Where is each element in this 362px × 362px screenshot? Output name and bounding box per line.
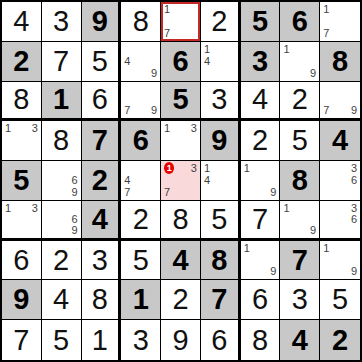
empty-slot [28,213,40,225]
cell-r7c9[interactable]: 19 [320,241,360,281]
candidate-grid: 69 [43,202,80,237]
empty-slot [187,28,199,40]
cell-r3c7[interactable]: 4 [241,82,281,122]
candidate-mark: 9 [306,225,318,237]
empty-slot [174,187,186,199]
given-digit: 5 [252,7,268,36]
given-digit: 9 [13,285,29,314]
candidate-grid: 49 [122,43,159,80]
given-digit: 1 [133,285,149,314]
cell-r4c9[interactable]: 4 [320,121,360,161]
candidate-grid: 47 [122,162,159,199]
given-digit: 9 [211,126,227,155]
candidate-mark: 1 [242,162,254,174]
candidate-mark: 7 [122,187,134,199]
empty-slot [242,254,254,266]
empty-slot [162,135,174,147]
empty-slot [43,162,55,174]
cell-r3c9[interactable]: 79 [320,82,360,122]
empty-slot [254,266,266,278]
cell-r5c9[interactable]: 36 [320,161,360,201]
candidate-mark: 1 [242,242,254,254]
candidate-grid: 79 [321,83,359,118]
empty-slot [15,135,27,147]
cell-r3c1[interactable]: 8 [2,82,42,122]
cell-r3c3[interactable]: 6 [82,82,122,122]
empty-slot [334,254,347,266]
empty-slot [254,162,266,174]
empty-slot [162,174,174,186]
cell-r7c2[interactable]: 2 [42,241,82,281]
empty-slot [346,28,359,40]
given-digit: 4 [332,126,348,155]
empty-slot [174,174,186,186]
empty-slot [242,174,254,186]
solved-digit: 3 [133,326,149,355]
cell-r9c9[interactable]: 2 [320,320,360,360]
cell-r1c9[interactable]: 17 [320,2,360,42]
cell-r6c8[interactable]: 19 [280,201,320,241]
given-digit: 7 [211,285,227,314]
empty-slot [55,162,67,174]
candidate-mark: 9 [147,106,159,118]
empty-slot [55,187,67,199]
empty-slot [306,202,318,214]
candidate-mark: 1 [162,122,174,134]
empty-slot [321,202,334,214]
cell-r9c4[interactable]: 3 [121,320,161,360]
candidate-mark: 1 [202,43,214,55]
empty-slot [187,3,199,15]
cell-r8c2[interactable]: 4 [42,280,82,320]
candidate-grid: 13 [3,122,40,159]
cell-r3c2[interactable]: 1 [42,82,82,122]
solved-digit: 6 [211,326,227,355]
empty-slot [213,55,225,67]
solved-digit: 5 [211,205,227,234]
empty-slot [213,43,225,55]
cell-r3c6[interactable]: 3 [201,82,241,122]
empty-slot [334,94,347,106]
solved-digit: 2 [172,285,188,314]
empty-slot [55,213,67,225]
empty-slot [346,15,359,27]
cell-r3c5[interactable]: 5 [161,82,201,122]
given-digit: 8 [211,246,227,275]
candidate-mark: 3 [346,202,359,214]
empty-slot [28,147,40,159]
cell-r7c5[interactable]: 4 [161,241,201,281]
empty-slot [346,187,359,199]
cell-r5c8[interactable]: 8 [280,161,320,201]
given-digit: 5 [172,85,188,114]
cell-r2c2[interactable]: 7 [42,42,82,82]
cell-r5c3[interactable]: 2 [82,161,122,201]
empty-slot [55,174,67,186]
cell-r5c1[interactable]: 5 [2,161,42,201]
cell-r9c8[interactable]: 4 [280,320,320,360]
empty-slot [135,174,147,186]
cell-r6c1[interactable]: 13 [2,201,42,241]
candidate-grid: 36 [321,162,359,199]
given-digit: 4 [92,205,108,234]
empty-slot [135,55,147,67]
solved-digit: 2 [53,246,69,275]
cell-r7c3[interactable]: 3 [82,241,122,281]
candidate-mark: 7 [162,187,174,199]
solved-digit: 3 [211,85,227,114]
empty-slot [174,162,186,174]
candidate-mark: 1 [281,43,293,55]
cell-r1c1[interactable]: 4 [2,2,42,42]
cell-r6c4[interactable]: 2 [121,201,161,241]
cell-r2c5[interactable]: 6 [161,42,201,82]
given-digit: 2 [332,326,348,355]
candidate-grid: 19 [242,242,279,279]
solved-digit: 1 [92,326,108,355]
cell-r1c5[interactable]: 17 [161,2,201,42]
sudoku-board: 4398172561727549614319881679534279138761… [0,0,362,362]
empty-slot [346,3,359,15]
cell-r5c4[interactable]: 47 [121,161,161,201]
empty-slot [43,187,55,199]
cell-r5c5[interactable]: 137 [161,161,201,201]
candidate-mark: 1 [281,202,293,214]
empty-slot [281,225,293,237]
empty-slot [294,213,306,225]
empty-slot [174,135,186,147]
empty-slot [213,174,225,186]
candidate-grid: 17 [321,3,359,40]
candidate-grid: 13 [3,202,40,237]
given-digit: 6 [172,47,188,76]
candidate-mark: 6 [67,213,79,225]
empty-slot [147,43,159,55]
solved-digit: 9 [172,326,188,355]
empty-slot [187,174,199,186]
solved-digit: 3 [92,246,108,275]
cell-r6c3[interactable]: 4 [82,201,122,241]
cell-r9c1[interactable]: 7 [2,320,42,360]
empty-slot [334,106,347,118]
empty-slot [281,67,293,79]
empty-slot [294,55,306,67]
empty-slot [28,225,40,237]
empty-slot [225,162,237,174]
cell-r9c2[interactable]: 5 [42,320,82,360]
cell-r1c4[interactable]: 8 [121,2,161,42]
cell-r7c8[interactable]: 7 [280,241,320,281]
empty-slot [174,3,186,15]
solved-digit: 5 [292,126,308,155]
candidate-grid: 79 [122,83,159,118]
empty-slot [334,242,347,254]
candidate-mark: 4 [122,55,134,67]
cell-r2c8[interactable]: 19 [280,42,320,82]
solved-digit: 2 [211,7,227,36]
given-digit: 1 [53,85,69,114]
candidate-mark: 7 [162,28,174,40]
empty-slot [266,242,278,254]
cell-r1c6[interactable]: 2 [201,2,241,42]
cell-r5c2[interactable]: 69 [42,161,82,201]
empty-slot [15,147,27,159]
solved-digit: 6 [13,246,29,275]
given-digit: 7 [92,126,108,155]
empty-slot [135,43,147,55]
empty-slot [334,28,347,40]
empty-slot [334,202,347,214]
candidate-mark: 1 [3,122,15,134]
cell-r2c9[interactable]: 8 [320,42,360,82]
candidate-grid: 19 [281,202,318,237]
empty-slot [266,174,278,186]
empty-slot [135,67,147,79]
candidate-mark: 3 [28,202,40,214]
candidate-mark: 3 [346,162,359,174]
cell-r4c7[interactable]: 2 [241,121,281,161]
candidate-mark: 6 [67,174,79,186]
cell-r6c6[interactable]: 5 [201,201,241,241]
empty-slot [334,15,347,27]
empty-slot [135,94,147,106]
cell-r7c4[interactable]: 5 [121,241,161,281]
empty-slot [321,187,334,199]
cell-r8c8[interactable]: 3 [280,280,320,320]
given-digit: 9 [92,7,108,36]
candidate-mark: 9 [147,67,159,79]
solved-digit: 3 [292,285,308,314]
given-digit: 2 [92,166,108,195]
cell-r6c2[interactable]: 69 [42,201,82,241]
cell-r6c7[interactable]: 7 [241,201,281,241]
empty-slot [55,202,67,214]
cell-r8c4[interactable]: 1 [121,280,161,320]
given-digit: 6 [292,7,308,36]
solved-digit: 5 [133,246,149,275]
candidate-mark: 3 [187,122,199,134]
solved-digit: 7 [252,205,268,234]
empty-slot [122,43,134,55]
candidate-grid: 36 [321,202,359,237]
given-digit: 6 [133,126,149,155]
empty-slot [174,28,186,40]
cell-r8c6[interactable]: 7 [201,280,241,320]
empty-slot [334,187,347,199]
candidate-mark: 7 [321,28,334,40]
cell-r2c4[interactable]: 49 [121,42,161,82]
solved-digit: 6 [92,85,108,114]
cell-r1c7[interactable]: 5 [241,2,281,42]
empty-slot [334,213,347,225]
cell-r4c6[interactable]: 9 [201,121,241,161]
empty-slot [281,213,293,225]
cell-r9c7[interactable]: 8 [241,320,281,360]
cell-r3c8[interactable]: 2 [280,82,320,122]
candidate-mark: 4 [202,174,214,186]
cell-r4c1[interactable]: 13 [2,121,42,161]
empty-slot [294,67,306,79]
solved-digit: 3 [53,7,69,36]
cell-r8c7[interactable]: 6 [241,280,281,320]
empty-slot [135,83,147,95]
empty-slot [15,202,27,214]
empty-slot [15,225,27,237]
cell-r7c1[interactable]: 6 [2,241,42,281]
empty-slot [122,67,134,79]
empty-slot [187,147,199,159]
cell-r1c2[interactable]: 3 [42,2,82,42]
empty-slot [15,213,27,225]
empty-slot [147,94,159,106]
given-digit: 3 [252,47,268,76]
solved-digit: 8 [133,7,149,36]
cell-r2c3[interactable]: 5 [82,42,122,82]
empty-slot [55,225,67,237]
empty-slot [43,202,55,214]
cell-r2c1[interactable]: 2 [2,42,42,82]
solved-digit: 5 [92,47,108,76]
solved-digit: 5 [332,285,348,314]
empty-slot [174,15,186,27]
cell-r5c6[interactable]: 14 [201,161,241,201]
empty-slot [202,67,214,79]
solved-digit: 4 [53,285,69,314]
given-digit: 8 [332,47,348,76]
candidate-mark: 6 [346,213,359,225]
cell-r9c3[interactable]: 1 [82,320,122,360]
empty-slot [202,187,214,199]
cell-r4c2[interactable]: 8 [42,121,82,161]
empty-slot [346,94,359,106]
given-digit: 4 [292,326,308,355]
candidate-grid: 19 [321,242,359,279]
hint-slot: 1 [162,162,174,174]
cell-r1c3[interactable]: 9 [82,2,122,42]
candidate-mark: 7 [122,106,134,118]
given-digit: 5 [13,166,29,195]
empty-slot [334,3,347,15]
candidate-mark: 9 [346,266,359,278]
solved-digit: 7 [53,47,69,76]
cell-r4c4[interactable]: 6 [121,121,161,161]
candidate-mark: 3 [28,122,40,134]
empty-slot [187,187,199,199]
cell-r9c6[interactable]: 6 [201,320,241,360]
empty-slot [321,266,334,278]
cell-r8c3[interactable]: 8 [82,280,122,320]
empty-slot [281,55,293,67]
empty-slot [122,94,134,106]
empty-slot [254,174,266,186]
empty-slot [3,135,15,147]
empty-slot [147,174,159,186]
empty-slot [135,106,147,118]
empty-slot [162,15,174,27]
empty-slot [135,162,147,174]
empty-slot [321,174,334,186]
cell-r8c9[interactable]: 5 [320,280,360,320]
candidate-grid: 137 [162,162,199,199]
candidate-grid: 19 [281,43,318,80]
empty-slot [334,162,347,174]
solved-digit: 5 [53,326,69,355]
empty-slot [334,174,347,186]
solved-digit: 8 [13,85,29,114]
candidate-mark: 6 [346,174,359,186]
empty-slot [346,242,359,254]
empty-slot [321,83,334,95]
empty-slot [174,122,186,134]
cell-r1c8[interactable]: 6 [280,2,320,42]
empty-slot [334,266,347,278]
empty-slot [174,147,186,159]
empty-slot [254,187,266,199]
cell-r8c5[interactable]: 2 [161,280,201,320]
solved-digit: 8 [92,285,108,314]
cell-r2c7[interactable]: 3 [241,42,281,82]
given-digit: 4 [172,246,188,275]
empty-slot [122,83,134,95]
empty-slot [294,43,306,55]
candidate-mark: 3 [187,162,199,174]
cell-r5c7[interactable]: 19 [241,161,281,201]
cell-r4c5[interactable]: 13 [161,121,201,161]
candidate-mark: 4 [202,55,214,67]
empty-slot [266,254,278,266]
solved-digit: 8 [252,326,268,355]
solved-digit: 6 [252,285,268,314]
solved-digit: 2 [133,205,149,234]
empty-slot [43,225,55,237]
empty-slot [43,174,55,186]
empty-slot [346,225,359,237]
cell-r3c4[interactable]: 79 [121,82,161,122]
empty-slot [321,213,334,225]
empty-slot [321,15,334,27]
candidate-mark: 9 [67,225,79,237]
empty-slot [334,225,347,237]
cell-r7c6[interactable]: 8 [201,241,241,281]
candidate-grid: 14 [202,162,237,199]
empty-slot [213,187,225,199]
cell-r6c9[interactable]: 36 [320,201,360,241]
empty-slot [147,55,159,67]
solved-digit: 4 [13,7,29,36]
candidate-mark: 7 [321,106,334,118]
solved-digit: 2 [252,126,268,155]
cell-r7c7[interactable]: 19 [241,241,281,281]
empty-slot [225,67,237,79]
empty-slot [254,242,266,254]
empty-slot [135,187,147,199]
empty-slot [67,202,79,214]
empty-slot [346,83,359,95]
empty-slot [242,266,254,278]
cell-r8c1[interactable]: 9 [2,280,42,320]
empty-slot [147,83,159,95]
cell-r4c8[interactable]: 5 [280,121,320,161]
cell-r9c5[interactable]: 9 [161,320,201,360]
cell-r2c6[interactable]: 14 [201,42,241,82]
empty-slot [225,55,237,67]
empty-slot [294,202,306,214]
candidate-mark: 1 [3,202,15,214]
cell-r4c3[interactable]: 7 [82,121,122,161]
empty-slot [321,94,334,106]
cell-r6c5[interactable]: 8 [161,201,201,241]
empty-slot [225,187,237,199]
